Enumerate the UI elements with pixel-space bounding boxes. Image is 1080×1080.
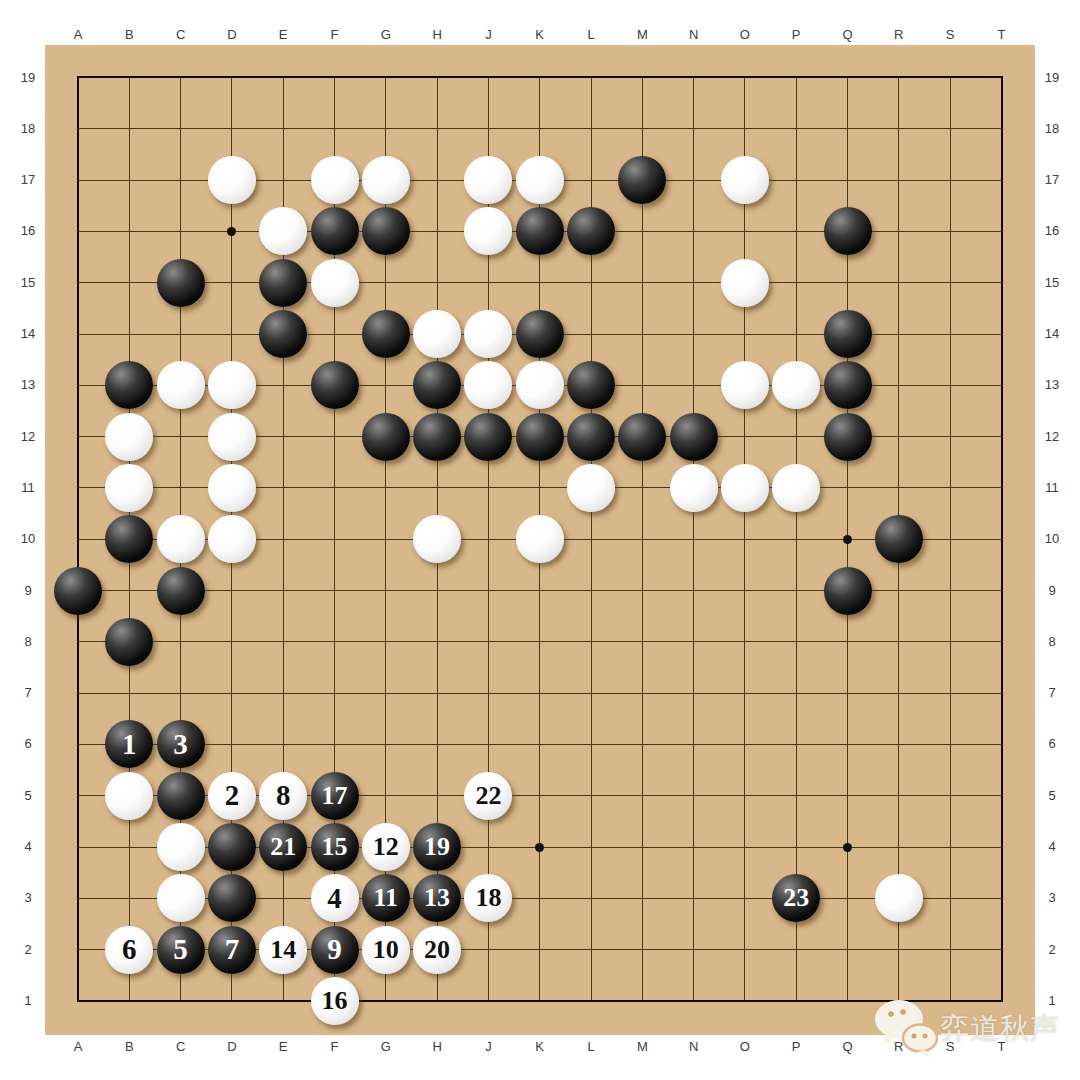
coordinate-label-bottom: E: [268, 1038, 298, 1056]
stone-white-H14: [413, 310, 461, 358]
coordinate-label-right: 2: [1034, 941, 1070, 959]
move-number: 8: [276, 781, 291, 810]
coordinate-label-right: 19: [1034, 69, 1070, 87]
stone-black-H4: 19: [413, 823, 461, 871]
coordinate-label-top: Q: [833, 26, 863, 44]
stone-white-O15: [721, 259, 769, 307]
coordinate-label-top: F: [320, 26, 350, 44]
move-number: 21: [270, 834, 296, 860]
stone-black-G3: 11: [362, 874, 410, 922]
coordinate-label-right: 5: [1034, 787, 1070, 805]
stone-black-K12: [516, 413, 564, 461]
stone-white-H2: 20: [413, 926, 461, 974]
move-number: 3: [173, 730, 188, 759]
coordinate-label-left: 7: [10, 684, 46, 702]
stone-black-D4: [208, 823, 256, 871]
stone-white-F15: [311, 259, 359, 307]
coordinate-label-bottom: A: [63, 1038, 93, 1056]
coordinate-label-right: 15: [1034, 274, 1070, 292]
stone-white-D17: [208, 156, 256, 204]
stone-white-F3: 4: [311, 874, 359, 922]
coordinate-label-bottom: Q: [833, 1038, 863, 1056]
coordinate-label-top: N: [679, 26, 709, 44]
stone-white-R3: [875, 874, 923, 922]
stone-white-C4: [157, 823, 205, 871]
coordinate-label-right: 14: [1034, 325, 1070, 343]
stone-white-D13: [208, 361, 256, 409]
coordinate-label-right: 8: [1034, 633, 1070, 651]
move-number: 6: [122, 935, 137, 964]
stone-black-C15: [157, 259, 205, 307]
stone-white-F1: 16: [311, 977, 359, 1025]
coordinate-label-top: A: [63, 26, 93, 44]
coordinate-label-left: 19: [10, 69, 46, 87]
coordinate-label-bottom: L: [576, 1038, 606, 1056]
coordinate-label-top: P: [781, 26, 811, 44]
coordinate-label-top: K: [525, 26, 555, 44]
coordinate-label-top: D: [217, 26, 247, 44]
stone-black-D3: [208, 874, 256, 922]
coordinate-label-top: L: [576, 26, 606, 44]
coordinate-label-right: 18: [1034, 120, 1070, 138]
stone-black-C6: 3: [157, 720, 205, 768]
stone-white-D12: [208, 413, 256, 461]
stone-white-C10: [157, 515, 205, 563]
move-number: 13: [424, 885, 450, 911]
coordinate-label-left: 1: [10, 992, 46, 1010]
stone-white-F17: [311, 156, 359, 204]
stone-black-Q14: [824, 310, 872, 358]
stone-black-G16: [362, 207, 410, 255]
coordinate-label-left: 17: [10, 171, 46, 189]
coordinate-label-bottom: H: [422, 1038, 452, 1056]
coordinate-label-top: G: [371, 26, 401, 44]
stone-black-D2: 7: [208, 926, 256, 974]
move-number: 9: [327, 935, 342, 964]
stone-white-E2: 14: [259, 926, 307, 974]
coordinate-label-top: O: [730, 26, 760, 44]
coordinate-label-bottom: N: [679, 1038, 709, 1056]
stone-black-H12: [413, 413, 461, 461]
stone-black-A9: [54, 567, 102, 615]
stone-white-B5: [105, 772, 153, 820]
coordinate-label-left: 9: [10, 582, 46, 600]
move-number: 19: [424, 834, 450, 860]
move-number: 20: [424, 937, 450, 963]
coordinate-label-bottom: F: [320, 1038, 350, 1056]
stone-white-K17: [516, 156, 564, 204]
stone-black-Q16: [824, 207, 872, 255]
move-number: 7: [225, 935, 240, 964]
coordinate-label-left: 13: [10, 376, 46, 394]
coordinate-label-top: C: [166, 26, 196, 44]
coordinate-label-top: E: [268, 26, 298, 44]
stone-white-E5: 8: [259, 772, 307, 820]
stone-black-F13: [311, 361, 359, 409]
move-number: 18: [475, 885, 501, 911]
coordinate-label-left: 6: [10, 735, 46, 753]
coordinate-label-right: 10: [1034, 530, 1070, 548]
stone-white-G17: [362, 156, 410, 204]
coordinate-label-left: 10: [10, 530, 46, 548]
coordinate-label-left: 18: [10, 120, 46, 138]
move-number: 11: [374, 885, 399, 911]
coordinate-label-top: B: [114, 26, 144, 44]
stone-black-F2: 9: [311, 926, 359, 974]
coordinate-label-right: 13: [1034, 376, 1070, 394]
coordinate-label-right: 17: [1034, 171, 1070, 189]
coordinate-label-bottom: J: [473, 1038, 503, 1056]
coordinate-label-right: 9: [1034, 582, 1070, 600]
stone-white-L11: [567, 464, 615, 512]
stone-black-E4: 21: [259, 823, 307, 871]
coordinate-label-bottom: O: [730, 1038, 760, 1056]
stone-black-N12: [670, 413, 718, 461]
coordinate-label-top: S: [935, 26, 965, 44]
stone-white-K13: [516, 361, 564, 409]
move-number: 1: [122, 730, 137, 759]
stone-black-J12: [464, 413, 512, 461]
stone-black-Q12: [824, 413, 872, 461]
watermark-text: 弈道秋声: [940, 1009, 1060, 1049]
stone-white-O13: [721, 361, 769, 409]
stone-black-K14: [516, 310, 564, 358]
coordinate-label-left: 4: [10, 838, 46, 856]
stone-white-G2: 10: [362, 926, 410, 974]
move-number: 22: [475, 783, 501, 809]
coordinate-label-left: 3: [10, 889, 46, 907]
coordinate-label-bottom: C: [166, 1038, 196, 1056]
stone-black-F4: 15: [311, 823, 359, 871]
stone-white-C13: [157, 361, 205, 409]
stone-black-F5: 17: [311, 772, 359, 820]
stone-white-D11: [208, 464, 256, 512]
stone-white-B2: 6: [105, 926, 153, 974]
stone-white-K10: [516, 515, 564, 563]
stone-white-O17: [721, 156, 769, 204]
move-number: 10: [373, 937, 399, 963]
watermark: 弈道秋声: [872, 998, 1060, 1060]
coordinate-label-right: 7: [1034, 684, 1070, 702]
coordinate-label-top: T: [986, 26, 1016, 44]
stone-black-E14: [259, 310, 307, 358]
star-point: [535, 843, 544, 852]
coordinate-label-left: 8: [10, 633, 46, 651]
stone-white-D10: [208, 515, 256, 563]
coordinate-label-right: 3: [1034, 889, 1070, 907]
stone-white-O11: [721, 464, 769, 512]
move-number: 17: [322, 783, 348, 809]
move-number: 4: [327, 884, 342, 913]
coordinate-label-right: 11: [1034, 479, 1070, 497]
stone-black-L13: [567, 361, 615, 409]
stone-black-R10: [875, 515, 923, 563]
coordinate-label-right: 16: [1034, 222, 1070, 240]
stone-white-N11: [670, 464, 718, 512]
coordinate-label-right: 6: [1034, 735, 1070, 753]
coordinate-label-left: 5: [10, 787, 46, 805]
coordinate-label-top: J: [473, 26, 503, 44]
move-number: 5: [173, 935, 188, 964]
stone-black-Q9: [824, 567, 872, 615]
move-number: 14: [270, 937, 296, 963]
coordinate-label-top: H: [422, 26, 452, 44]
coordinate-label-left: 11: [10, 479, 46, 497]
stone-white-P11: [772, 464, 820, 512]
stone-white-D5: 2: [208, 772, 256, 820]
coordinate-label-left: 14: [10, 325, 46, 343]
star-point: [843, 843, 852, 852]
stone-black-C9: [157, 567, 205, 615]
stone-white-J5: 22: [464, 772, 512, 820]
stone-white-H10: [413, 515, 461, 563]
wechat-icon: [872, 998, 940, 1060]
coordinate-label-left: 15: [10, 274, 46, 292]
stone-black-L12: [567, 413, 615, 461]
coordinate-label-bottom: M: [627, 1038, 657, 1056]
star-point: [843, 535, 852, 544]
stone-black-F16: [311, 207, 359, 255]
stone-black-Q13: [824, 361, 872, 409]
coordinate-label-top: R: [884, 26, 914, 44]
coordinate-label-right: 4: [1034, 838, 1070, 856]
stone-black-K16: [516, 207, 564, 255]
move-number: 12: [373, 834, 399, 860]
coordinate-label-bottom: P: [781, 1038, 811, 1056]
coordinate-label-top: M: [627, 26, 657, 44]
coordinate-label-left: 2: [10, 941, 46, 959]
move-number: 15: [322, 834, 348, 860]
move-number: 2: [225, 781, 240, 810]
move-number: 16: [322, 988, 348, 1014]
stone-black-C5: [157, 772, 205, 820]
coordinate-label-bottom: K: [525, 1038, 555, 1056]
stone-white-C3: [157, 874, 205, 922]
coordinate-label-left: 16: [10, 222, 46, 240]
stone-white-G4: 12: [362, 823, 410, 871]
stone-white-B11: [105, 464, 153, 512]
coordinate-label-bottom: D: [217, 1038, 247, 1056]
go-diagram: AA1919BB1818CC1717DD1616EE1515FF1414GG13…: [0, 0, 1080, 1080]
coordinate-label-bottom: G: [371, 1038, 401, 1056]
stone-black-M12: [618, 413, 666, 461]
stone-black-B8: [105, 618, 153, 666]
coordinate-label-right: 12: [1034, 428, 1070, 446]
stone-black-G12: [362, 413, 410, 461]
coordinate-label-left: 12: [10, 428, 46, 446]
stone-black-E15: [259, 259, 307, 307]
stone-white-B12: [105, 413, 153, 461]
move-number: 23: [783, 885, 809, 911]
stone-black-C2: 5: [157, 926, 205, 974]
coordinate-label-bottom: B: [114, 1038, 144, 1056]
stone-black-G14: [362, 310, 410, 358]
